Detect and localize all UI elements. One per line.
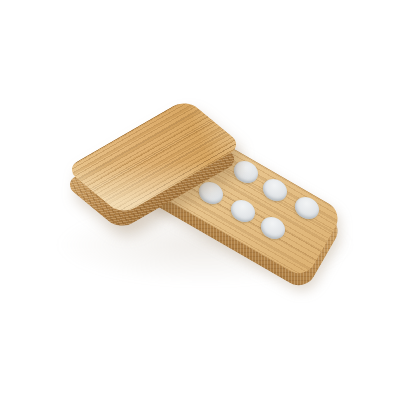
domino-tile-blank-face [65, 99, 243, 216]
pip-4 [195, 178, 227, 209]
pip-1 [230, 157, 262, 188]
domino-tile-blank [0, 0, 400, 400]
ground-shadow [55, 205, 355, 285]
product-photo-canvas [0, 0, 400, 400]
pip-2 [259, 175, 291, 206]
domino-tile-six [0, 0, 400, 400]
